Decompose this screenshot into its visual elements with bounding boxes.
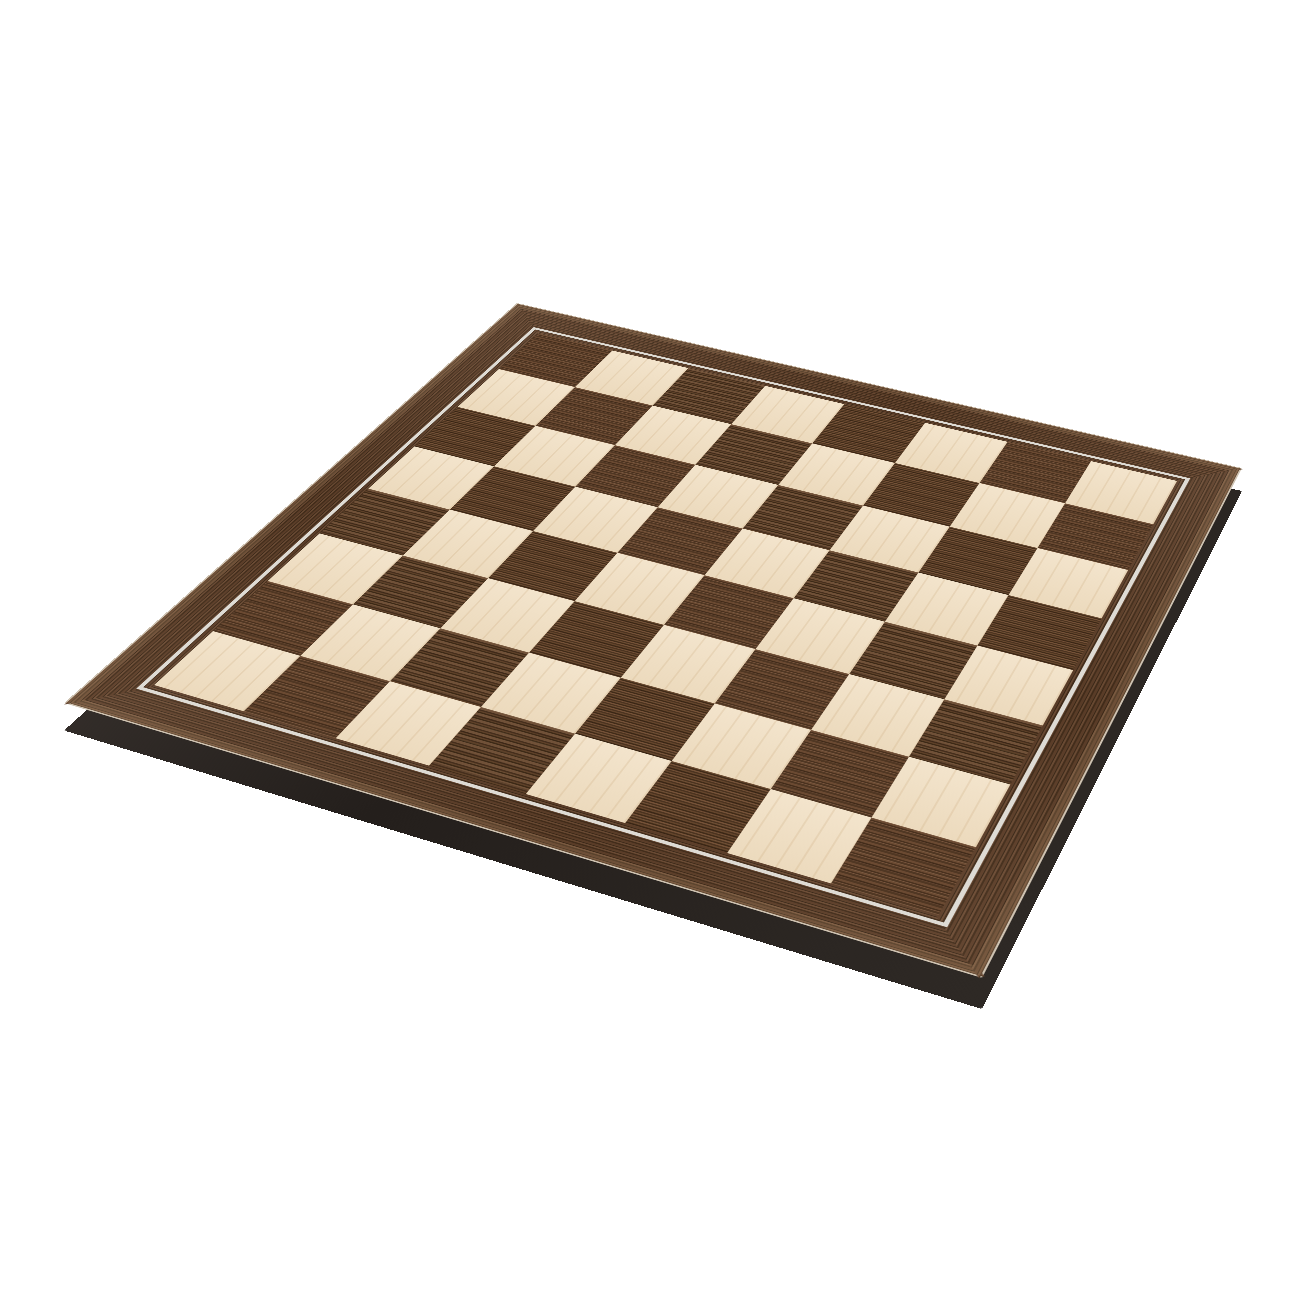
product-photo-background [0, 0, 1300, 1300]
chess-board [64, 303, 1242, 978]
